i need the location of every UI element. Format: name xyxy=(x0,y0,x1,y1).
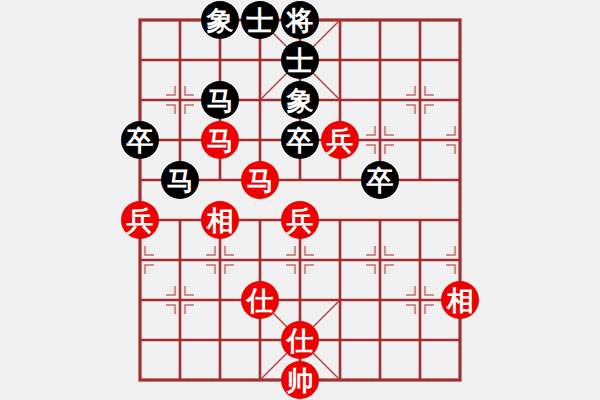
piece-red-general[interactable]: 帅 xyxy=(281,361,319,399)
piece-black-pawn[interactable]: 卒 xyxy=(121,121,159,159)
piece-black-pawn[interactable]: 卒 xyxy=(281,121,319,159)
piece-black-horse[interactable]: 马 xyxy=(161,161,199,199)
piece-red-horse[interactable]: 马 xyxy=(241,161,279,199)
piece-black-advisor[interactable]: 士 xyxy=(281,41,319,79)
piece-black-general[interactable]: 将 xyxy=(281,1,319,39)
piece-red-advisor[interactable]: 仕 xyxy=(281,321,319,359)
piece-black-elephant[interactable]: 象 xyxy=(201,1,239,39)
piece-black-elephant[interactable]: 象 xyxy=(281,81,319,119)
piece-red-pawn[interactable]: 兵 xyxy=(321,121,359,159)
piece-black-pawn[interactable]: 卒 xyxy=(361,161,399,199)
pieces-layer: 象士将士马象卒卒马卒马兵马兵相兵仕相仕帅 xyxy=(0,0,600,400)
piece-red-elephant[interactable]: 相 xyxy=(201,201,239,239)
piece-red-advisor[interactable]: 仕 xyxy=(241,281,279,319)
piece-red-pawn[interactable]: 兵 xyxy=(121,201,159,239)
piece-red-horse[interactable]: 马 xyxy=(201,121,239,159)
piece-red-elephant[interactable]: 相 xyxy=(441,281,479,319)
piece-black-advisor[interactable]: 士 xyxy=(241,1,279,39)
piece-black-horse[interactable]: 马 xyxy=(201,81,239,119)
xiangqi-board[interactable]: 象士将士马象卒卒马卒马兵马兵相兵仕相仕帅 xyxy=(0,0,600,400)
piece-red-pawn[interactable]: 兵 xyxy=(281,201,319,239)
